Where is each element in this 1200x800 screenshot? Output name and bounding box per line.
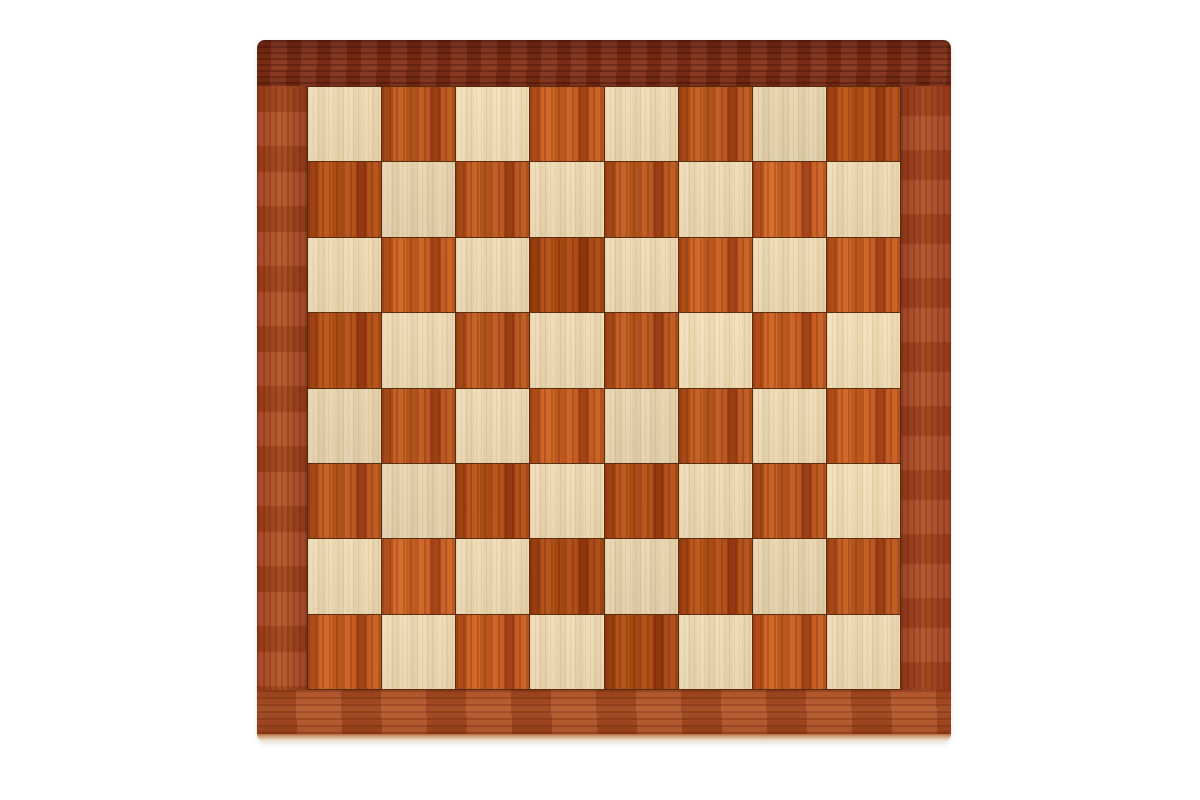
- square-a3[interactable]: [308, 464, 381, 538]
- square-a1[interactable]: [308, 615, 381, 689]
- board-bottom-edge-highlight: [257, 734, 951, 742]
- square-d6[interactable]: [530, 238, 603, 312]
- square-a4[interactable]: [308, 389, 381, 463]
- square-d3[interactable]: [530, 464, 603, 538]
- square-c4[interactable]: [456, 389, 529, 463]
- square-g2[interactable]: [753, 539, 826, 613]
- square-e3[interactable]: [605, 464, 678, 538]
- square-e6[interactable]: [605, 238, 678, 312]
- square-f6[interactable]: [679, 238, 752, 312]
- square-g1[interactable]: [753, 615, 826, 689]
- square-h2[interactable]: [827, 539, 900, 613]
- square-h8[interactable]: [827, 87, 900, 161]
- square-b8[interactable]: [382, 87, 455, 161]
- square-c8[interactable]: [456, 87, 529, 161]
- square-b4[interactable]: [382, 389, 455, 463]
- square-a6[interactable]: [308, 238, 381, 312]
- square-f4[interactable]: [679, 389, 752, 463]
- square-f7[interactable]: [679, 162, 752, 236]
- square-h3[interactable]: [827, 464, 900, 538]
- square-h6[interactable]: [827, 238, 900, 312]
- square-c6[interactable]: [456, 238, 529, 312]
- chess-board: [257, 40, 951, 742]
- square-d7[interactable]: [530, 162, 603, 236]
- square-c1[interactable]: [456, 615, 529, 689]
- square-b7[interactable]: [382, 162, 455, 236]
- square-c2[interactable]: [456, 539, 529, 613]
- square-e1[interactable]: [605, 615, 678, 689]
- square-b6[interactable]: [382, 238, 455, 312]
- square-h1[interactable]: [827, 615, 900, 689]
- square-b1[interactable]: [382, 615, 455, 689]
- square-g8[interactable]: [753, 87, 826, 161]
- square-a2[interactable]: [308, 539, 381, 613]
- square-h4[interactable]: [827, 389, 900, 463]
- square-f1[interactable]: [679, 615, 752, 689]
- square-a7[interactable]: [308, 162, 381, 236]
- square-f2[interactable]: [679, 539, 752, 613]
- square-f8[interactable]: [679, 87, 752, 161]
- square-a5[interactable]: [308, 313, 381, 387]
- square-b5[interactable]: [382, 313, 455, 387]
- square-c3[interactable]: [456, 464, 529, 538]
- square-b3[interactable]: [382, 464, 455, 538]
- square-g7[interactable]: [753, 162, 826, 236]
- square-e5[interactable]: [605, 313, 678, 387]
- board-frame-top-rail: [257, 40, 951, 86]
- square-e4[interactable]: [605, 389, 678, 463]
- board-playing-field: [307, 86, 901, 690]
- square-h7[interactable]: [827, 162, 900, 236]
- square-f3[interactable]: [679, 464, 752, 538]
- square-c5[interactable]: [456, 313, 529, 387]
- square-d1[interactable]: [530, 615, 603, 689]
- square-d5[interactable]: [530, 313, 603, 387]
- square-a8[interactable]: [308, 87, 381, 161]
- square-e7[interactable]: [605, 162, 678, 236]
- square-g3[interactable]: [753, 464, 826, 538]
- square-b2[interactable]: [382, 539, 455, 613]
- square-d8[interactable]: [530, 87, 603, 161]
- board-frame-bottom-rail: [257, 690, 951, 734]
- square-d2[interactable]: [530, 539, 603, 613]
- square-g6[interactable]: [753, 238, 826, 312]
- square-e8[interactable]: [605, 87, 678, 161]
- square-h5[interactable]: [827, 313, 900, 387]
- square-g4[interactable]: [753, 389, 826, 463]
- square-f5[interactable]: [679, 313, 752, 387]
- square-e2[interactable]: [605, 539, 678, 613]
- board-frame-right-stile: [901, 86, 951, 690]
- square-g5[interactable]: [753, 313, 826, 387]
- board-frame-left-stile: [257, 86, 307, 690]
- square-c7[interactable]: [456, 162, 529, 236]
- square-d4[interactable]: [530, 389, 603, 463]
- photo-background: [0, 0, 1200, 800]
- board-middle-band: [257, 86, 951, 690]
